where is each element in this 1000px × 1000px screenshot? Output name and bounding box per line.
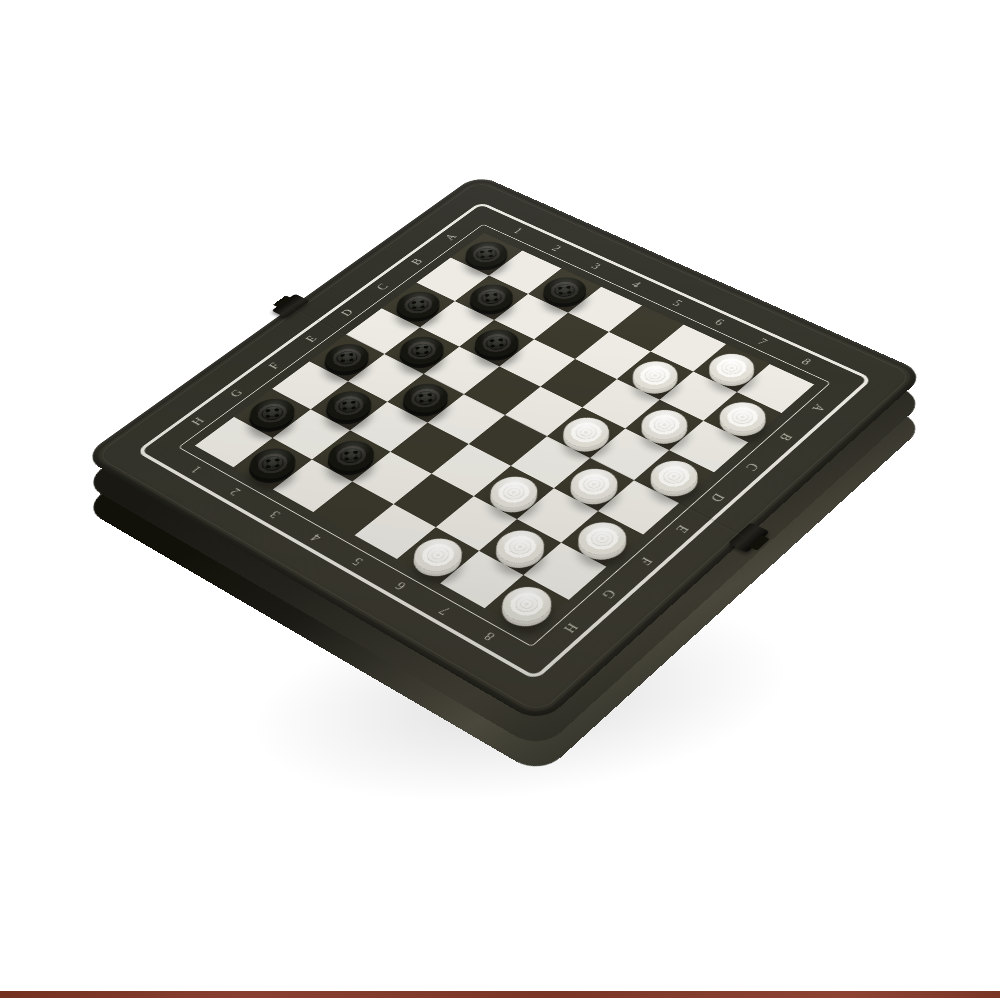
product-photo: 11AA22BB33CC44DD55EE66FF77GG88HH	[0, 0, 1000, 1000]
photo-bottom-stripe	[0, 991, 1000, 998]
board-case: 11AA22BB33CC44DD55EE66FF77GG88HH	[82, 174, 926, 725]
board-top-layer: 11AA22BB33CC44DD55EE66FF77GG88HH	[180, 90, 830, 740]
